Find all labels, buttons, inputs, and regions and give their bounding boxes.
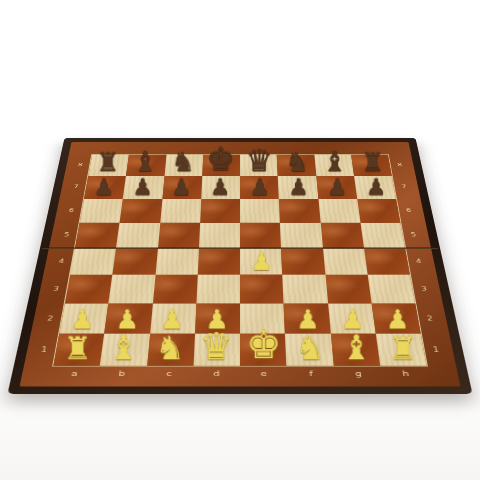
piece-black-rook-a8[interactable]: ♜ [96, 150, 119, 176]
piece-black-pawn-h7[interactable]: ♟ [366, 176, 386, 199]
square-c1[interactable]: ♞ [147, 333, 195, 365]
board-frame: ♜♝♞♚♛♞♝♜♟♟♟♟♟♟♟♟♟♟♟♟♟♟♟♟♜♝♞♛♚♞♝♜ abcdefg… [7, 138, 472, 394]
square-b5[interactable] [116, 223, 160, 248]
rank-label-right-6: 6 [401, 199, 417, 223]
square-d6[interactable] [200, 199, 240, 223]
piece-black-pawn-c7[interactable]: ♟ [171, 176, 191, 199]
square-a6[interactable] [80, 199, 123, 223]
rank-label-right-8: 8 [392, 154, 407, 176]
rank-label-left-1: 1 [34, 334, 54, 366]
square-d4[interactable] [198, 248, 240, 275]
file-label-b: b [98, 370, 146, 378]
piece-black-pawn-b7[interactable]: ♟ [132, 176, 152, 199]
square-g4[interactable] [323, 248, 368, 275]
rank-label-right-1: 1 [426, 334, 446, 366]
rank-label-right-5: 5 [405, 223, 422, 248]
piece-black-pawn-a7[interactable]: ♟ [93, 176, 113, 199]
square-d3[interactable] [196, 275, 240, 303]
square-c4[interactable] [155, 248, 199, 275]
file-label-f: f [287, 370, 335, 378]
square-b1[interactable]: ♝ [100, 333, 150, 365]
square-h4[interactable] [364, 248, 410, 275]
square-f3[interactable] [282, 275, 327, 303]
square-b6[interactable] [120, 199, 162, 223]
square-c5[interactable] [158, 223, 200, 248]
product-photo: ♜♝♞♚♛♞♝♜♟♟♟♟♟♟♟♟♟♟♟♟♟♟♟♟♜♝♞♛♚♞♝♜ abcdefg… [0, 0, 480, 480]
square-a8[interactable]: ♜ [88, 155, 129, 176]
square-g3[interactable] [325, 275, 371, 303]
square-c3[interactable] [152, 275, 197, 303]
piece-black-pawn-e7[interactable]: ♟ [249, 176, 269, 199]
file-label-a: a [50, 370, 99, 378]
board-squares: ♜♝♞♚♛♞♝♜♟♟♟♟♟♟♟♟♟♟♟♟♟♟♟♟♜♝♞♛♚♞♝♜ [52, 154, 428, 366]
rank-label-right-4: 4 [410, 248, 427, 275]
piece-white-pawn-h2[interactable]: ♟ [386, 306, 410, 332]
piece-black-rook-h8[interactable]: ♜ [361, 150, 384, 176]
piece-black-pawn-g7[interactable]: ♟ [327, 176, 347, 199]
square-a5[interactable] [75, 223, 120, 248]
file-label-g: g [334, 370, 382, 378]
file-label-e: e [240, 370, 287, 378]
rank-label-left-4: 4 [53, 248, 70, 275]
square-f7[interactable]: ♟ [278, 176, 318, 199]
piece-black-king-d8[interactable]: ♚ [207, 143, 236, 175]
square-f6[interactable] [279, 199, 320, 223]
square-d1[interactable]: ♛ [193, 333, 240, 365]
square-f5[interactable] [280, 223, 322, 248]
square-g7[interactable]: ♟ [316, 176, 357, 199]
rank-label-left-6: 6 [63, 199, 79, 223]
file-label-c: c [145, 370, 193, 378]
square-c8[interactable]: ♞ [164, 155, 203, 176]
square-f8[interactable]: ♞ [277, 155, 316, 176]
square-h1[interactable]: ♜ [376, 333, 427, 365]
piece-black-bishop-b8[interactable]: ♝ [133, 148, 158, 176]
square-h5[interactable] [360, 223, 405, 248]
piece-white-knight-f1[interactable]: ♞ [295, 332, 324, 365]
piece-white-knight-c1[interactable]: ♞ [155, 332, 184, 365]
square-e5[interactable] [240, 223, 281, 248]
square-e6[interactable] [240, 199, 280, 223]
piece-white-rook-a1[interactable]: ♜ [63, 333, 91, 365]
square-e7[interactable]: ♟ [240, 176, 279, 199]
piece-white-rook-h1[interactable]: ♜ [389, 333, 417, 365]
piece-white-bishop-b1[interactable]: ♝ [108, 331, 138, 365]
square-b4[interactable] [113, 248, 158, 275]
piece-black-queen-e8[interactable]: ♛ [245, 145, 272, 175]
piece-white-pawn-a2[interactable]: ♟ [70, 306, 94, 332]
piece-white-queen-d1[interactable]: ♛ [200, 328, 233, 365]
rank-label-left-7: 7 [68, 176, 84, 199]
square-f1[interactable]: ♞ [285, 333, 333, 365]
piece-black-pawn-f7[interactable]: ♟ [288, 176, 308, 199]
rank-label-left-3: 3 [47, 275, 65, 304]
square-h3[interactable] [367, 275, 415, 303]
piece-white-pawn-e4[interactable]: ♟ [250, 249, 272, 274]
square-b8[interactable]: ♝ [126, 155, 166, 176]
rank-label-right-7: 7 [396, 176, 412, 199]
square-e1[interactable]: ♚ [240, 333, 287, 365]
square-g6[interactable] [318, 199, 360, 223]
square-d8[interactable]: ♚ [202, 155, 240, 176]
square-d5[interactable] [199, 223, 240, 248]
square-g5[interactable] [320, 223, 364, 248]
square-e8[interactable]: ♛ [240, 155, 278, 176]
square-c6[interactable] [160, 199, 201, 223]
file-labels: abcdefgh [50, 368, 430, 379]
piece-black-bishop-g8[interactable]: ♝ [322, 148, 347, 176]
square-h6[interactable] [357, 199, 400, 223]
square-g8[interactable]: ♝ [314, 155, 354, 176]
square-c7[interactable]: ♟ [162, 176, 202, 199]
rank-label-left-2: 2 [41, 304, 60, 334]
rank-label-left-5: 5 [58, 223, 75, 248]
piece-black-knight-f8[interactable]: ♞ [285, 149, 309, 176]
square-a7[interactable]: ♟ [84, 176, 126, 199]
rank-label-right-3: 3 [415, 275, 433, 304]
square-f4[interactable] [281, 248, 325, 275]
piece-black-pawn-d7[interactable]: ♟ [210, 176, 230, 199]
file-label-h: h [381, 370, 430, 378]
square-g1[interactable]: ♝ [330, 333, 380, 365]
square-e3[interactable] [240, 275, 284, 303]
rank-label-right-2: 2 [421, 304, 440, 334]
chess-board: ♜♝♞♚♛♞♝♜♟♟♟♟♟♟♟♟♟♟♟♟♟♟♟♟♜♝♞♛♚♞♝♜ abcdefg… [7, 138, 472, 394]
square-b3[interactable] [109, 275, 155, 303]
piece-white-king-e1[interactable]: ♚ [246, 325, 281, 365]
square-h7[interactable]: ♟ [354, 176, 396, 199]
file-label-d: d [193, 370, 240, 378]
piece-white-bishop-g1[interactable]: ♝ [341, 331, 371, 365]
rank-label-left-8: 8 [73, 154, 88, 176]
square-a4[interactable] [70, 248, 116, 275]
square-b7[interactable]: ♟ [123, 176, 164, 199]
square-e4[interactable]: ♟ [240, 248, 282, 275]
square-d7[interactable]: ♟ [201, 176, 240, 199]
board-border: ♜♝♞♚♛♞♝♜♟♟♟♟♟♟♟♟♟♟♟♟♟♟♟♟♜♝♞♛♚♞♝♜ abcdefg… [20, 142, 461, 386]
square-a3[interactable] [65, 275, 113, 303]
square-a1[interactable]: ♜ [53, 333, 104, 365]
piece-black-knight-c8[interactable]: ♞ [171, 149, 195, 176]
square-h8[interactable]: ♜ [351, 155, 392, 176]
